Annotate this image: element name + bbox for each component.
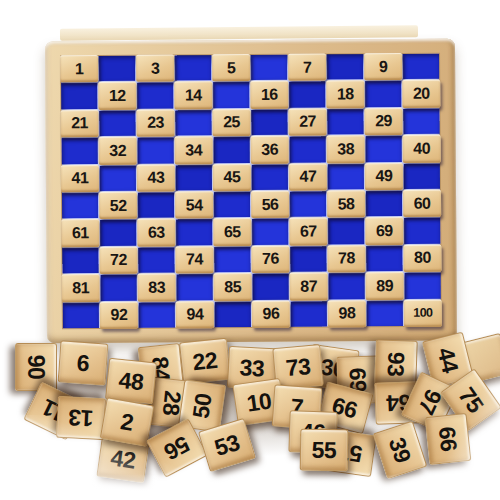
- loose-tile-66[interactable]: 66: [425, 413, 472, 465]
- loose-tile-55[interactable]: 55: [300, 429, 349, 472]
- product-photo: 1357912141618202123252729323436384041434…: [0, 0, 500, 500]
- loose-tile-90[interactable]: 90: [15, 343, 57, 391]
- loose-tiles-pile: 3622337393446990648842850107996497751113…: [0, 0, 500, 500]
- loose-tile-2[interactable]: 2: [100, 397, 155, 447]
- loose-tile-6[interactable]: 6: [58, 340, 109, 385]
- loose-tile-13[interactable]: 13: [56, 396, 106, 440]
- loose-tile-22[interactable]: 22: [179, 338, 231, 385]
